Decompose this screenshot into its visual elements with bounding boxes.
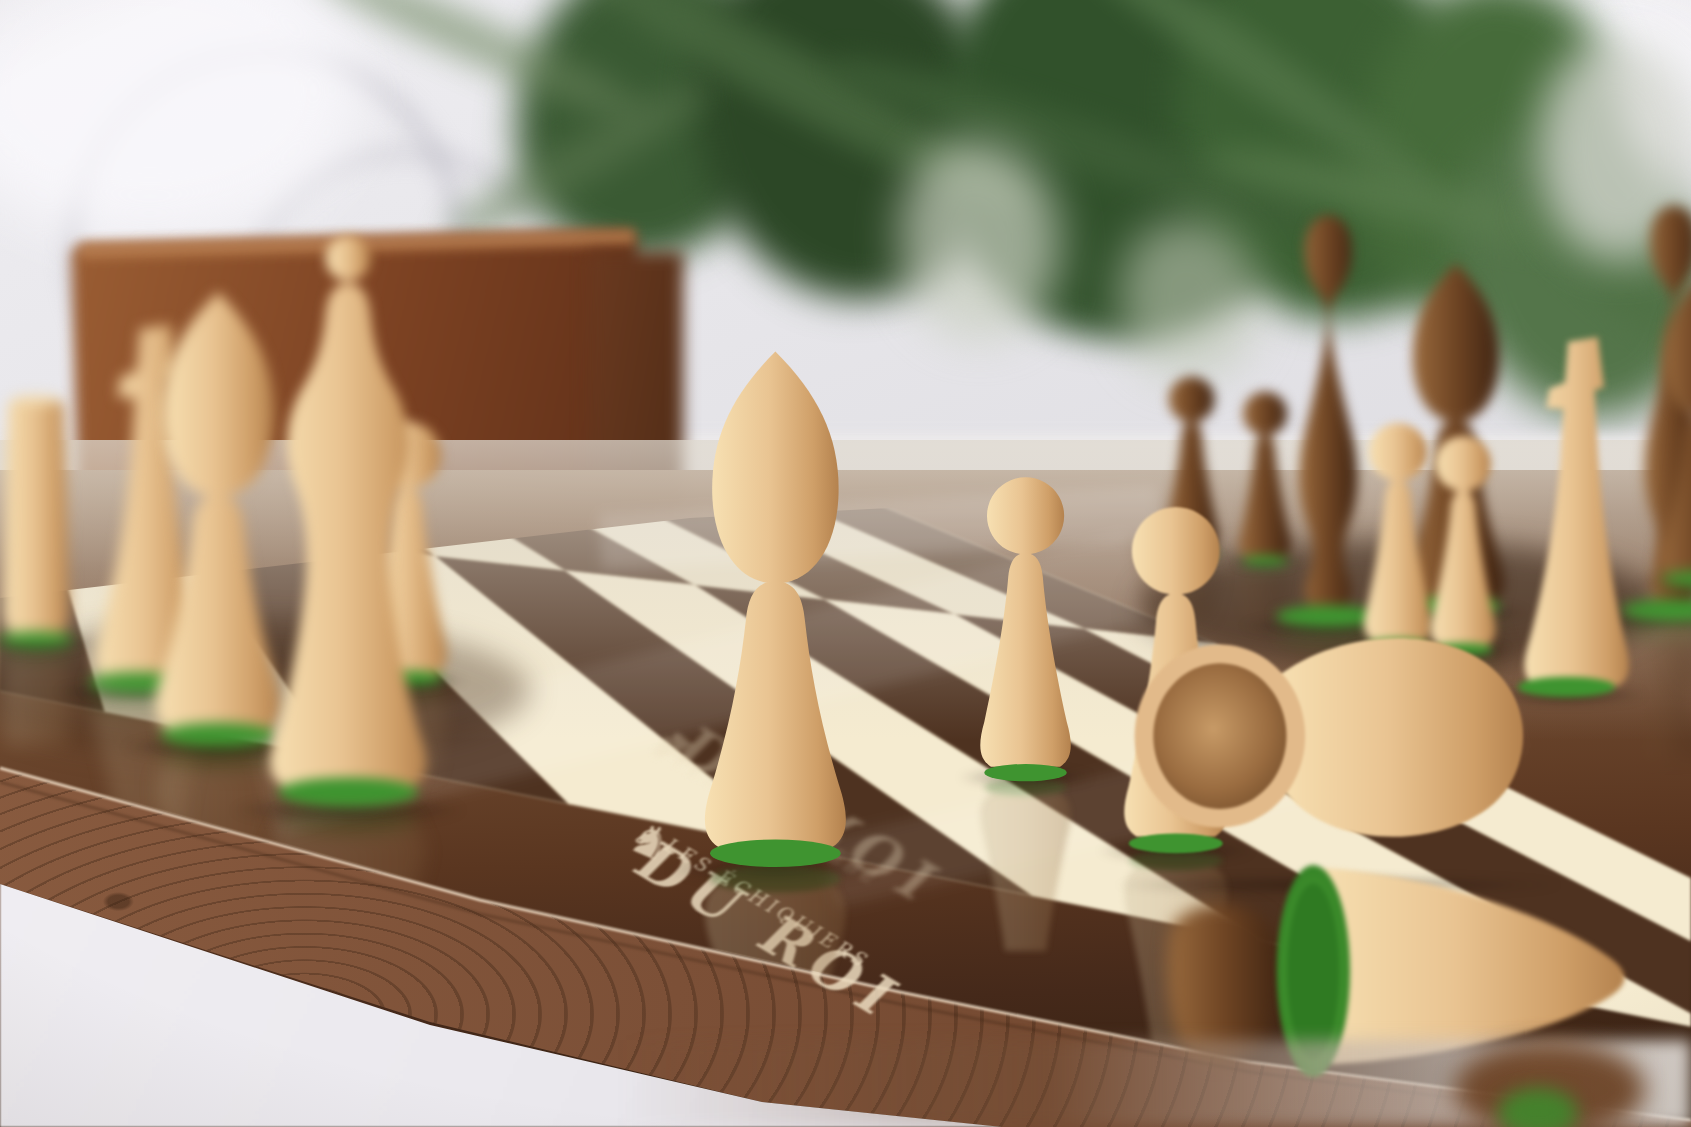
vignette	[0, 0, 1691, 1127]
chess-photo-scene: ♞ LES ÉCHIQUIERS DU ROI ♞ LES ÉCHIQUIERS…	[0, 0, 1691, 1127]
